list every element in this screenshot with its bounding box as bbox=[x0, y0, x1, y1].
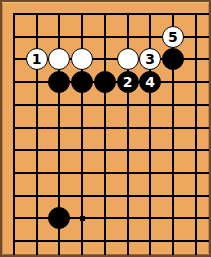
go-stone-black[interactable] bbox=[48, 71, 70, 93]
go-stone-black[interactable]: 4 bbox=[139, 71, 161, 93]
move-number-label: 3 bbox=[145, 52, 155, 66]
go-stone-black[interactable]: 2 bbox=[117, 71, 139, 93]
go-stone-white[interactable] bbox=[48, 48, 70, 70]
grid-line-horizontal bbox=[13, 240, 209, 242]
move-number-label: 4 bbox=[145, 75, 155, 89]
go-stone-black[interactable] bbox=[94, 71, 116, 93]
star-point bbox=[80, 216, 85, 221]
grid-line-horizontal bbox=[13, 217, 209, 219]
grid-line-horizontal bbox=[13, 104, 209, 106]
go-stone-black[interactable] bbox=[71, 71, 93, 93]
grid-line-horizontal bbox=[13, 127, 209, 129]
move-number-label: 5 bbox=[168, 30, 178, 44]
go-stone-white[interactable]: 1 bbox=[26, 48, 48, 70]
go-stone-white[interactable]: 5 bbox=[162, 26, 184, 48]
go-stone-black[interactable] bbox=[162, 48, 184, 70]
grid-line-horizontal bbox=[13, 195, 209, 197]
move-number-label: 1 bbox=[32, 52, 42, 66]
move-number-label: 2 bbox=[123, 75, 133, 89]
grid-line-horizontal bbox=[13, 13, 209, 15]
go-stone-white[interactable] bbox=[117, 48, 139, 70]
go-stone-white[interactable]: 3 bbox=[139, 48, 161, 70]
go-stone-black[interactable] bbox=[48, 207, 70, 229]
grid-line-horizontal bbox=[13, 172, 209, 174]
go-stone-white[interactable] bbox=[71, 48, 93, 70]
grid-line-horizontal bbox=[13, 149, 209, 151]
go-board[interactable]: 51324 bbox=[0, 0, 211, 257]
